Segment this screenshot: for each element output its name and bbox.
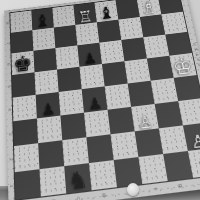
square-h4[interactable] <box>174 75 200 101</box>
square-c4[interactable] <box>59 89 84 115</box>
square-c5[interactable] <box>57 67 82 92</box>
square-c7[interactable] <box>54 25 78 48</box>
square-c6[interactable] <box>55 45 79 69</box>
square-d7[interactable] <box>75 22 99 45</box>
square-b7[interactable] <box>32 28 55 51</box>
square-h3[interactable] <box>178 98 200 125</box>
square-c2[interactable] <box>62 137 89 166</box>
board-clasp <box>127 183 139 196</box>
square-d6[interactable]: ♟ <box>77 43 102 67</box>
square-e5[interactable] <box>102 61 128 86</box>
square-e7[interactable] <box>97 20 121 43</box>
square-d4[interactable]: ♟ <box>82 86 108 112</box>
square-e1[interactable] <box>114 157 143 187</box>
square-a6[interactable]: ♚ <box>11 51 34 75</box>
square-e6[interactable] <box>99 40 124 64</box>
square-a1[interactable] <box>15 169 41 199</box>
square-h7[interactable] <box>161 12 187 35</box>
square-e2[interactable] <box>111 131 139 160</box>
chess-board: ♝♖♝♗♚♟♔♟♟♙♙♞✤ abcdefgh 87654321 CHESS <box>4 0 200 200</box>
square-d2[interactable] <box>86 134 113 163</box>
square-h5[interactable]: ♔ <box>169 53 196 78</box>
square-d8[interactable]: ♖ <box>73 3 96 25</box>
square-b4[interactable]: ♟ <box>36 92 61 118</box>
square-c1[interactable]: ♞ <box>64 163 91 193</box>
square-a3[interactable] <box>13 118 38 146</box>
square-a4[interactable] <box>13 95 37 121</box>
square-a5[interactable] <box>12 72 36 97</box>
square-e3[interactable] <box>108 107 135 134</box>
square-a7[interactable] <box>11 30 34 53</box>
piece-black-knight[interactable]: ♞ <box>65 167 92 194</box>
square-b6[interactable] <box>33 48 57 72</box>
square-a2[interactable] <box>14 143 39 172</box>
square-d5[interactable] <box>79 64 104 89</box>
square-e4[interactable] <box>105 84 131 110</box>
square-d1[interactable] <box>89 160 117 190</box>
chess-photo-scene: ♝♖♝♗♚♟♔♟♟♙♙♞✤ abcdefgh 87654321 CHESS <box>0 0 200 200</box>
square-b1[interactable] <box>39 166 66 196</box>
square-c3[interactable] <box>60 113 86 141</box>
square-d3[interactable] <box>84 110 111 138</box>
playing-grid: ♝♖♝♗♚♟♔♟♟♙♙♞✤ <box>10 0 200 200</box>
square-a8[interactable] <box>10 10 32 32</box>
square-c8[interactable] <box>52 5 75 27</box>
square-b5[interactable] <box>34 70 58 95</box>
square-b8[interactable]: ♝ <box>31 8 54 30</box>
square-h6[interactable] <box>165 32 192 56</box>
square-b2[interactable] <box>38 140 64 169</box>
square-b3[interactable] <box>37 116 62 144</box>
